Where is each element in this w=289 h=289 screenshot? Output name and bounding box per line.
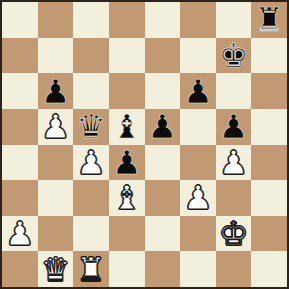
piece-black-bishop-d5[interactable]: ♝ [112,110,142,143]
piece-white-pawn-g4[interactable]: ♟ [219,146,249,179]
square-e7[interactable] [145,38,181,74]
square-c8[interactable] [73,2,109,38]
piece-black-pawn-e5[interactable]: ♟ [148,110,178,143]
square-c4[interactable]: ♟ [73,145,109,181]
square-h6[interactable] [251,73,287,109]
square-e6[interactable] [145,73,181,109]
square-f6[interactable]: ♟ [180,73,216,109]
square-h2[interactable] [251,216,287,252]
piece-black-pawn-d4[interactable]: ♟ [112,146,142,179]
square-d2[interactable] [109,216,145,252]
square-g2[interactable]: ♚ [216,216,252,252]
square-g8[interactable] [216,2,252,38]
piece-white-king-g2[interactable]: ♚ [219,217,249,250]
square-g1[interactable] [216,251,252,287]
square-d1[interactable] [109,251,145,287]
square-b5[interactable]: ♟ [38,109,74,145]
piece-white-bishop-d3[interactable]: ♝ [112,181,142,214]
piece-black-rook-h8[interactable]: ♜ [254,3,284,36]
square-f2[interactable] [180,216,216,252]
square-c3[interactable] [73,180,109,216]
piece-black-king-g7[interactable]: ♚ [219,39,249,72]
square-a1[interactable] [2,251,38,287]
piece-black-pawn-g5[interactable]: ♟ [219,110,249,143]
piece-black-queen-c5[interactable]: ♛ [76,110,106,143]
piece-white-pawn-a2[interactable]: ♟ [5,217,35,250]
square-a4[interactable] [2,145,38,181]
square-e4[interactable] [145,145,181,181]
square-d4[interactable]: ♟ [109,145,145,181]
square-g4[interactable]: ♟ [216,145,252,181]
square-f8[interactable] [180,2,216,38]
square-e2[interactable] [145,216,181,252]
square-a3[interactable] [2,180,38,216]
square-d8[interactable] [109,2,145,38]
square-h1[interactable] [251,251,287,287]
square-c6[interactable] [73,73,109,109]
square-h8[interactable]: ♜ [251,2,287,38]
square-d7[interactable] [109,38,145,74]
square-f1[interactable] [180,251,216,287]
square-f4[interactable] [180,145,216,181]
square-e3[interactable] [145,180,181,216]
square-b1[interactable]: ♛ [38,251,74,287]
square-e8[interactable] [145,2,181,38]
piece-white-pawn-b5[interactable]: ♟ [41,110,71,143]
square-c5[interactable]: ♛ [73,109,109,145]
piece-white-rook-c1[interactable]: ♜ [76,253,106,286]
square-h7[interactable] [251,38,287,74]
square-e5[interactable]: ♟ [145,109,181,145]
square-a7[interactable] [2,38,38,74]
square-b8[interactable] [38,2,74,38]
square-b2[interactable] [38,216,74,252]
square-g7[interactable]: ♚ [216,38,252,74]
square-a6[interactable] [2,73,38,109]
square-g5[interactable]: ♟ [216,109,252,145]
square-a8[interactable] [2,2,38,38]
square-c1[interactable]: ♜ [73,251,109,287]
square-h4[interactable] [251,145,287,181]
square-f5[interactable] [180,109,216,145]
square-f7[interactable] [180,38,216,74]
square-e1[interactable] [145,251,181,287]
square-a5[interactable] [2,109,38,145]
piece-black-pawn-b6[interactable]: ♟ [41,75,71,108]
square-c2[interactable] [73,216,109,252]
chess-board: ♜♚♟♟♟♛♝♟♟♟♟♟♝♟♟♚♛♜ [0,0,289,289]
piece-white-queen-b1[interactable]: ♛ [41,253,71,286]
square-d5[interactable]: ♝ [109,109,145,145]
piece-black-pawn-f6[interactable]: ♟ [183,75,213,108]
square-h5[interactable] [251,109,287,145]
square-a2[interactable]: ♟ [2,216,38,252]
piece-white-pawn-f3[interactable]: ♟ [183,181,213,214]
square-h3[interactable] [251,180,287,216]
square-g3[interactable] [216,180,252,216]
square-b4[interactable] [38,145,74,181]
square-b3[interactable] [38,180,74,216]
square-c7[interactable] [73,38,109,74]
square-d6[interactable] [109,73,145,109]
square-f3[interactable]: ♟ [180,180,216,216]
square-g6[interactable] [216,73,252,109]
piece-white-pawn-c4[interactable]: ♟ [76,146,106,179]
square-b6[interactable]: ♟ [38,73,74,109]
square-b7[interactable] [38,38,74,74]
square-d3[interactable]: ♝ [109,180,145,216]
